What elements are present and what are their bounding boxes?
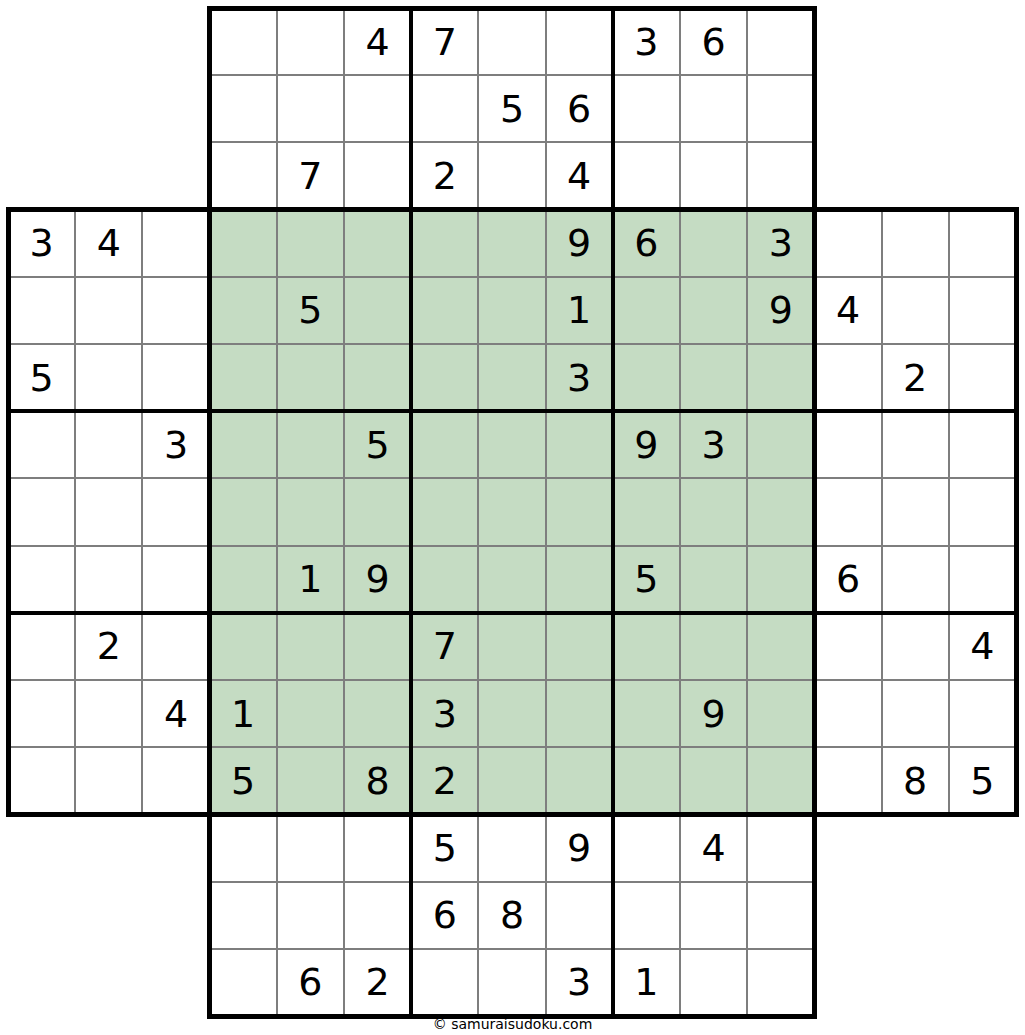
cell-r11c8[interactable] xyxy=(478,680,545,747)
cell-r12c6: 8 xyxy=(344,747,411,814)
cell-r12c8[interactable] xyxy=(478,747,545,814)
cell-r9c13: 6 xyxy=(814,546,881,613)
cell-r10c9[interactable] xyxy=(546,613,613,680)
cell-r9c15[interactable] xyxy=(949,546,1016,613)
cell-r15c5: 6 xyxy=(277,949,344,1016)
cell-r10c7: 7 xyxy=(411,613,478,680)
cell-r10c14[interactable] xyxy=(882,613,949,680)
cell-r13c9: 9 xyxy=(546,814,613,881)
cell-r6c9: 3 xyxy=(546,344,613,411)
cell-r5c12: 9 xyxy=(747,277,814,344)
cell-r3c10[interactable] xyxy=(613,142,680,209)
cell-r6c7[interactable] xyxy=(411,344,478,411)
cell-r9c12[interactable] xyxy=(747,546,814,613)
cell-r9c8[interactable] xyxy=(478,546,545,613)
cell-r11c15[interactable] xyxy=(949,680,1016,747)
cell-r5c2[interactable] xyxy=(75,277,142,344)
cell-r11c13[interactable] xyxy=(814,680,881,747)
cell-r15c6: 2 xyxy=(344,949,411,1016)
cell-r11c12[interactable] xyxy=(747,680,814,747)
cell-r9c14[interactable] xyxy=(882,546,949,613)
cell-r12c13[interactable] xyxy=(814,747,881,814)
cell-r4c11[interactable] xyxy=(680,210,747,277)
cell-r13c6[interactable] xyxy=(344,814,411,881)
cell-r14c9[interactable] xyxy=(546,882,613,949)
cell-r12c1[interactable] xyxy=(8,747,75,814)
cell-r3c6[interactable] xyxy=(344,142,411,209)
cell-r12c14: 8 xyxy=(882,747,949,814)
cell-r9c1[interactable] xyxy=(8,546,75,613)
cell-r2c10[interactable] xyxy=(613,75,680,142)
cell-r9c2[interactable] xyxy=(75,546,142,613)
cell-r14c12[interactable] xyxy=(747,882,814,949)
cell-r12c2[interactable] xyxy=(75,747,142,814)
cell-r11c3: 4 xyxy=(142,680,209,747)
cell-r4c5[interactable] xyxy=(277,210,344,277)
cell-r14c7: 6 xyxy=(411,882,478,949)
cell-r11c11: 9 xyxy=(680,680,747,747)
cell-r15c4[interactable] xyxy=(210,949,277,1016)
cell-r10c4[interactable] xyxy=(210,613,277,680)
cell-r4c4[interactable] xyxy=(210,210,277,277)
cell-r7c8[interactable] xyxy=(478,411,545,478)
cell-r6c12[interactable] xyxy=(747,344,814,411)
cell-r11c10[interactable] xyxy=(613,680,680,747)
cell-r5c5: 5 xyxy=(277,277,344,344)
cell-r2c11[interactable] xyxy=(680,75,747,142)
cell-r3c5: 7 xyxy=(277,142,344,209)
cell-r12c12[interactable] xyxy=(747,747,814,814)
cell-r12c3[interactable] xyxy=(142,747,209,814)
cell-r2c4[interactable] xyxy=(210,75,277,142)
cell-r6c13[interactable] xyxy=(814,344,881,411)
cell-r10c12[interactable] xyxy=(747,613,814,680)
cell-r9c7[interactable] xyxy=(411,546,478,613)
cell-r14c10[interactable] xyxy=(613,882,680,949)
cell-r8c14[interactable] xyxy=(882,478,949,545)
cell-r10c5[interactable] xyxy=(277,613,344,680)
cell-r1c8[interactable] xyxy=(478,8,545,75)
cell-r15c12[interactable] xyxy=(747,949,814,1016)
cell-r5c7[interactable] xyxy=(411,277,478,344)
cell-r7c11: 3 xyxy=(680,411,747,478)
cell-r4c15[interactable] xyxy=(949,210,1016,277)
cell-r12c15: 5 xyxy=(949,747,1016,814)
cell-r10c1[interactable] xyxy=(8,613,75,680)
cell-r14c5[interactable] xyxy=(277,882,344,949)
cell-r3c7: 2 xyxy=(411,142,478,209)
cell-r15c7[interactable] xyxy=(411,949,478,1016)
cell-r8c3[interactable] xyxy=(142,478,209,545)
cell-r12c5[interactable] xyxy=(277,747,344,814)
cell-r12c9[interactable] xyxy=(546,747,613,814)
cell-r8c5[interactable] xyxy=(277,478,344,545)
cell-r1c4[interactable] xyxy=(210,8,277,75)
cell-r13c7: 5 xyxy=(411,814,478,881)
cell-r11c1[interactable] xyxy=(8,680,75,747)
cell-r12c10[interactable] xyxy=(613,747,680,814)
cell-r4c3[interactable] xyxy=(142,210,209,277)
cell-r4c14[interactable] xyxy=(882,210,949,277)
cell-r6c11[interactable] xyxy=(680,344,747,411)
cell-r10c13[interactable] xyxy=(814,613,881,680)
cell-r8c11[interactable] xyxy=(680,478,747,545)
cell-r5c6[interactable] xyxy=(344,277,411,344)
cell-r9c4[interactable] xyxy=(210,546,277,613)
cell-r3c11[interactable] xyxy=(680,142,747,209)
cell-r2c6[interactable] xyxy=(344,75,411,142)
cell-r6c10[interactable] xyxy=(613,344,680,411)
cell-r8c7[interactable] xyxy=(411,478,478,545)
cell-r4c8[interactable] xyxy=(478,210,545,277)
cell-r10c6[interactable] xyxy=(344,613,411,680)
cell-r8c12[interactable] xyxy=(747,478,814,545)
cell-r2c12[interactable] xyxy=(747,75,814,142)
cell-r11c5[interactable] xyxy=(277,680,344,747)
cell-r14c11[interactable] xyxy=(680,882,747,949)
cell-r12c11[interactable] xyxy=(680,747,747,814)
cell-r5c15[interactable] xyxy=(949,277,1016,344)
cell-r8c2[interactable] xyxy=(75,478,142,545)
cell-r7c15[interactable] xyxy=(949,411,1016,478)
cell-r9c3[interactable] xyxy=(142,546,209,613)
cell-r9c9[interactable] xyxy=(546,546,613,613)
cell-r6c6[interactable] xyxy=(344,344,411,411)
cell-r10c11[interactable] xyxy=(680,613,747,680)
cell-r1c11: 6 xyxy=(680,8,747,75)
cell-r5c11[interactable] xyxy=(680,277,747,344)
cell-r8c13[interactable] xyxy=(814,478,881,545)
cell-r11c9[interactable] xyxy=(546,680,613,747)
cell-r7c5[interactable] xyxy=(277,411,344,478)
cell-r6c2[interactable] xyxy=(75,344,142,411)
sudoku-board: 1326864955828593144726591395323549153694… xyxy=(8,8,1016,1016)
cell-r11c6[interactable] xyxy=(344,680,411,747)
cell-r5c4[interactable] xyxy=(210,277,277,344)
cell-r7c10: 9 xyxy=(613,411,680,478)
cell-r8c1[interactable] xyxy=(8,478,75,545)
cell-r5c1[interactable] xyxy=(8,277,75,344)
cell-r10c15: 4 xyxy=(949,613,1016,680)
cell-r6c3[interactable] xyxy=(142,344,209,411)
cell-r5c8[interactable] xyxy=(478,277,545,344)
cell-r1c10: 3 xyxy=(613,8,680,75)
cell-r6c15[interactable] xyxy=(949,344,1016,411)
cell-r11c4: 1 xyxy=(210,680,277,747)
cell-r1c5[interactable] xyxy=(277,8,344,75)
cell-r6c5[interactable] xyxy=(277,344,344,411)
cell-r15c11[interactable] xyxy=(680,949,747,1016)
cell-r8c15[interactable] xyxy=(949,478,1016,545)
cell-r7c12[interactable] xyxy=(747,411,814,478)
cell-r10c3[interactable] xyxy=(142,613,209,680)
cell-r2c7[interactable] xyxy=(411,75,478,142)
cell-r7c1[interactable] xyxy=(8,411,75,478)
cell-r14c8: 8 xyxy=(478,882,545,949)
cell-r4c13[interactable] xyxy=(814,210,881,277)
cell-r8c8[interactable] xyxy=(478,478,545,545)
cell-r7c6: 5 xyxy=(344,411,411,478)
cell-r5c10[interactable] xyxy=(613,277,680,344)
cell-r4c9: 9 xyxy=(546,210,613,277)
cell-r12c7: 2 xyxy=(411,747,478,814)
cell-r7c13[interactable] xyxy=(814,411,881,478)
cell-r7c9[interactable] xyxy=(546,411,613,478)
cell-r4c7[interactable] xyxy=(411,210,478,277)
cell-r1c7: 7 xyxy=(411,8,478,75)
cell-r12c4: 5 xyxy=(210,747,277,814)
cell-r8c6[interactable] xyxy=(344,478,411,545)
cell-r6c14: 2 xyxy=(882,344,949,411)
cell-r7c14[interactable] xyxy=(882,411,949,478)
cell-r6c4[interactable] xyxy=(210,344,277,411)
cell-r13c11: 4 xyxy=(680,814,747,881)
cell-r5c9: 1 xyxy=(546,277,613,344)
cell-r15c9: 3 xyxy=(546,949,613,1016)
cell-r14c4[interactable] xyxy=(210,882,277,949)
cell-r3c12[interactable] xyxy=(747,142,814,209)
cell-r7c3: 3 xyxy=(142,411,209,478)
cell-r9c6: 9 xyxy=(344,546,411,613)
cell-r13c8[interactable] xyxy=(478,814,545,881)
cell-r5c3[interactable] xyxy=(142,277,209,344)
cell-r3c9: 4 xyxy=(546,142,613,209)
cell-r9c5: 1 xyxy=(277,546,344,613)
cell-r4c2: 4 xyxy=(75,210,142,277)
cell-r7c4[interactable] xyxy=(210,411,277,478)
cell-r8c9[interactable] xyxy=(546,478,613,545)
cell-r6c1: 5 xyxy=(8,344,75,411)
cell-r3c8[interactable] xyxy=(478,142,545,209)
cell-r6c8[interactable] xyxy=(478,344,545,411)
cell-r11c2[interactable] xyxy=(75,680,142,747)
credit-text: © samuraisudoku.com xyxy=(0,1016,1025,1032)
cell-r4c10: 6 xyxy=(613,210,680,277)
cell-r13c10[interactable] xyxy=(613,814,680,881)
cell-r4c1: 3 xyxy=(8,210,75,277)
cell-r11c14[interactable] xyxy=(882,680,949,747)
cell-r15c8[interactable] xyxy=(478,949,545,1016)
cell-r11c7: 3 xyxy=(411,680,478,747)
cell-r5c13: 4 xyxy=(814,277,881,344)
cell-r1c6: 4 xyxy=(344,8,411,75)
cell-r9c10: 5 xyxy=(613,546,680,613)
cell-r3c4[interactable] xyxy=(210,142,277,209)
cell-r10c8[interactable] xyxy=(478,613,545,680)
cell-r13c4[interactable] xyxy=(210,814,277,881)
cell-r1c12[interactable] xyxy=(747,8,814,75)
cell-r4c6[interactable] xyxy=(344,210,411,277)
cell-r8c4[interactable] xyxy=(210,478,277,545)
page: 1326864955828593144726591395323549153694… xyxy=(0,0,1025,1035)
cell-r7c2[interactable] xyxy=(75,411,142,478)
cell-r2c9: 6 xyxy=(546,75,613,142)
cell-r9c11[interactable] xyxy=(680,546,747,613)
cell-r1c9[interactable] xyxy=(546,8,613,75)
cell-r7c7[interactable] xyxy=(411,411,478,478)
cell-r14c6[interactable] xyxy=(344,882,411,949)
cell-r10c10[interactable] xyxy=(613,613,680,680)
cell-r2c8: 5 xyxy=(478,75,545,142)
cell-r8c10[interactable] xyxy=(613,478,680,545)
cell-r13c12[interactable] xyxy=(747,814,814,881)
cell-r5c14[interactable] xyxy=(882,277,949,344)
cell-r4c12: 3 xyxy=(747,210,814,277)
cell-r2c5[interactable] xyxy=(277,75,344,142)
cell-r15c10: 1 xyxy=(613,949,680,1016)
cell-r13c5[interactable] xyxy=(277,814,344,881)
cell-r10c2: 2 xyxy=(75,613,142,680)
